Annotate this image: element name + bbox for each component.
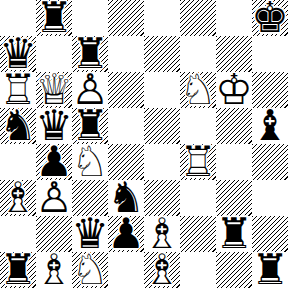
white-knight-fill: ♞ — [180, 72, 216, 108]
square-a2[interactable] — [0, 216, 36, 252]
square-c4[interactable]: ♞♘ — [72, 144, 108, 180]
square-e7[interactable] — [144, 36, 180, 72]
square-a3[interactable]: ♝♗ — [0, 180, 36, 216]
square-g6[interactable]: ♚♔ — [216, 72, 252, 108]
square-g3[interactable] — [216, 180, 252, 216]
piece-white-queen: ♕ — [36, 72, 72, 108]
white-knight-fill: ♞ — [72, 252, 108, 288]
square-c8[interactable] — [72, 0, 108, 36]
square-b6[interactable]: ♛♕ — [36, 72, 72, 108]
chess-diagram: ♜♚♛♜♜♖♛♕♟♙♞♘♚♔♞♛♜♝♟♞♘♜♖♝♗♟♙♞♛♟♝♗♜♜♝♗♞♘♝♗… — [0, 0, 288, 288]
piece-black-rook: ♜ — [252, 252, 288, 288]
square-g7[interactable] — [216, 36, 252, 72]
white-bishop-fill: ♝ — [144, 216, 180, 252]
square-f2[interactable] — [180, 216, 216, 252]
square-a8[interactable] — [0, 0, 36, 36]
square-e5[interactable] — [144, 108, 180, 144]
square-h2[interactable] — [252, 216, 288, 252]
square-g1[interactable] — [216, 252, 252, 288]
square-h7[interactable] — [252, 36, 288, 72]
piece-black-rook: ♜ — [72, 36, 108, 72]
square-e4[interactable] — [144, 144, 180, 180]
square-d1[interactable] — [108, 252, 144, 288]
white-bishop-fill: ♝ — [0, 180, 36, 216]
piece-white-pawn: ♙ — [72, 72, 108, 108]
white-rook-fill: ♜ — [0, 72, 36, 108]
piece-white-knight: ♘ — [180, 72, 216, 108]
square-c1[interactable]: ♞♘ — [72, 252, 108, 288]
square-c2[interactable]: ♛ — [72, 216, 108, 252]
white-rook-fill: ♜ — [180, 144, 216, 180]
piece-white-king: ♔ — [216, 72, 252, 108]
square-e8[interactable] — [144, 0, 180, 36]
square-c5[interactable]: ♜ — [72, 108, 108, 144]
piece-white-bishop: ♗ — [36, 252, 72, 288]
square-e2[interactable]: ♝♗ — [144, 216, 180, 252]
square-a1[interactable]: ♜ — [0, 252, 36, 288]
white-queen-fill: ♛ — [36, 72, 72, 108]
piece-black-knight: ♞ — [108, 180, 144, 216]
square-g2[interactable]: ♜ — [216, 216, 252, 252]
square-a4[interactable] — [0, 144, 36, 180]
piece-black-bishop: ♝ — [252, 108, 288, 144]
piece-black-rook: ♜ — [72, 108, 108, 144]
piece-white-pawn: ♙ — [36, 180, 72, 216]
square-h4[interactable] — [252, 144, 288, 180]
white-knight-fill: ♞ — [72, 144, 108, 180]
square-g4[interactable] — [216, 144, 252, 180]
square-f5[interactable] — [180, 108, 216, 144]
square-c7[interactable]: ♜ — [72, 36, 108, 72]
square-b5[interactable]: ♛ — [36, 108, 72, 144]
square-h5[interactable]: ♝ — [252, 108, 288, 144]
square-h1[interactable]: ♜ — [252, 252, 288, 288]
square-a7[interactable]: ♛ — [0, 36, 36, 72]
square-d4[interactable] — [108, 144, 144, 180]
square-f7[interactable] — [180, 36, 216, 72]
square-b1[interactable]: ♝♗ — [36, 252, 72, 288]
square-h8[interactable]: ♚ — [252, 0, 288, 36]
square-a5[interactable]: ♞ — [0, 108, 36, 144]
chess-board: ♜♚♛♜♜♖♛♕♟♙♞♘♚♔♞♛♜♝♟♞♘♜♖♝♗♟♙♞♛♟♝♗♜♜♝♗♞♘♝♗… — [0, 0, 288, 288]
square-f6[interactable]: ♞♘ — [180, 72, 216, 108]
square-b7[interactable] — [36, 36, 72, 72]
square-e6[interactable] — [144, 72, 180, 108]
square-h3[interactable] — [252, 180, 288, 216]
white-pawn-fill: ♟ — [36, 180, 72, 216]
square-d3[interactable]: ♞ — [108, 180, 144, 216]
piece-black-rook: ♜ — [0, 252, 36, 288]
square-c6[interactable]: ♟♙ — [72, 72, 108, 108]
piece-white-rook: ♖ — [0, 72, 36, 108]
square-c3[interactable] — [72, 180, 108, 216]
piece-black-pawn: ♟ — [108, 216, 144, 252]
piece-black-king: ♚ — [252, 0, 288, 36]
square-f4[interactable]: ♜♖ — [180, 144, 216, 180]
white-king-fill: ♚ — [216, 72, 252, 108]
square-d7[interactable] — [108, 36, 144, 72]
square-e3[interactable] — [144, 180, 180, 216]
square-e1[interactable]: ♝♗ — [144, 252, 180, 288]
square-d2[interactable]: ♟ — [108, 216, 144, 252]
square-d6[interactable] — [108, 72, 144, 108]
square-d5[interactable] — [108, 108, 144, 144]
piece-black-queen: ♛ — [36, 108, 72, 144]
piece-black-rook: ♜ — [216, 216, 252, 252]
piece-white-bishop: ♗ — [144, 216, 180, 252]
square-a6[interactable]: ♜♖ — [0, 72, 36, 108]
white-bishop-fill: ♝ — [144, 252, 180, 288]
white-bishop-fill: ♝ — [36, 252, 72, 288]
square-b3[interactable]: ♟♙ — [36, 180, 72, 216]
piece-white-bishop: ♗ — [144, 252, 180, 288]
piece-white-bishop: ♗ — [0, 180, 36, 216]
piece-white-knight: ♘ — [72, 252, 108, 288]
piece-black-rook: ♜ — [36, 0, 72, 36]
piece-black-queen: ♛ — [72, 216, 108, 252]
piece-black-knight: ♞ — [0, 108, 36, 144]
square-g5[interactable] — [216, 108, 252, 144]
piece-black-queen: ♛ — [0, 36, 36, 72]
square-b4[interactable]: ♟ — [36, 144, 72, 180]
square-f8[interactable] — [180, 0, 216, 36]
piece-white-knight: ♘ — [72, 144, 108, 180]
piece-black-pawn: ♟ — [36, 144, 72, 180]
square-b8[interactable]: ♜ — [36, 0, 72, 36]
square-f3[interactable] — [180, 180, 216, 216]
square-b2[interactable] — [36, 216, 72, 252]
square-f1[interactable] — [180, 252, 216, 288]
piece-white-rook: ♖ — [180, 144, 216, 180]
white-pawn-fill: ♟ — [72, 72, 108, 108]
square-h6[interactable] — [252, 72, 288, 108]
square-g8[interactable] — [216, 0, 252, 36]
square-d8[interactable] — [108, 0, 144, 36]
